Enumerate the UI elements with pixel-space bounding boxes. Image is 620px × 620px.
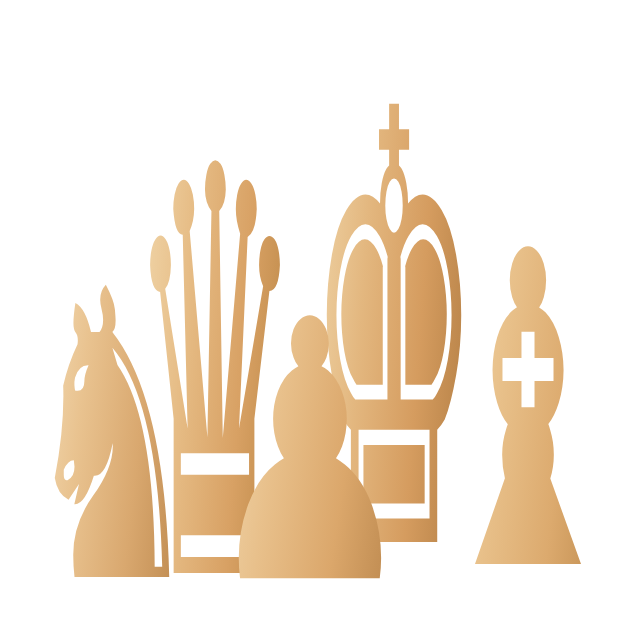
knight-piece: ♞ (22, 239, 201, 620)
pawn-piece: ♟ (203, 274, 416, 620)
chess-pieces-photo: ♞ ♛ ♟ ♚ ♝ (0, 0, 620, 620)
bishop-piece: ♝ (427, 196, 620, 620)
